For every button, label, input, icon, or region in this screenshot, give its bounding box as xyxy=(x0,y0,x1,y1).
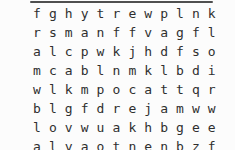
grid-cell-r3c3[interactable]: c xyxy=(61,42,77,61)
word-search-grid: fghytrewplnkrsmanffvagflalcpwkjhdfsomcab… xyxy=(29,4,220,150)
grid-cell-r5c9[interactable]: t xyxy=(156,80,172,99)
grid-cell-r8c4[interactable]: a xyxy=(77,137,93,150)
grid-cell-r4c7[interactable]: m xyxy=(124,61,140,80)
grid-cell-r8c6[interactable]: t xyxy=(108,137,124,150)
grid-cell-r3c4[interactable]: p xyxy=(77,42,93,61)
grid-cell-r6c9[interactable]: a xyxy=(156,99,172,118)
grid-cell-r4c4[interactable]: b xyxy=(77,61,93,80)
grid-cell-r1c8[interactable]: w xyxy=(140,4,156,23)
grid-cell-r6c8[interactable]: j xyxy=(140,99,156,118)
grid-cell-r5c5[interactable]: p xyxy=(93,80,109,99)
grid-cell-r1c1[interactable]: f xyxy=(29,4,45,23)
grid-cell-r3c5[interactable]: w xyxy=(93,42,109,61)
grid-cell-r1c6[interactable]: r xyxy=(108,4,124,23)
grid-cell-r1c7[interactable]: e xyxy=(124,4,140,23)
grid-cell-r1c11[interactable]: n xyxy=(188,4,204,23)
grid-cell-r4c6[interactable]: n xyxy=(108,61,124,80)
grid-cell-r2c2[interactable]: s xyxy=(45,23,61,42)
grid-cell-r5c3[interactable]: k xyxy=(61,80,77,99)
grid-cell-r7c8[interactable]: h xyxy=(140,118,156,137)
grid-cell-r2c3[interactable]: m xyxy=(61,23,77,42)
grid-cell-r6c5[interactable]: d xyxy=(93,99,109,118)
grid-cell-r8c12[interactable]: f xyxy=(204,137,220,150)
grid-cell-r6c6[interactable]: r xyxy=(108,99,124,118)
grid-cell-r3c8[interactable]: h xyxy=(140,42,156,61)
grid-cell-r3c6[interactable]: k xyxy=(108,42,124,61)
grid-cell-r3c10[interactable]: f xyxy=(172,42,188,61)
grid-cell-r5c8[interactable]: a xyxy=(140,80,156,99)
grid-cell-r2c5[interactable]: n xyxy=(93,23,109,42)
grid-cell-r6c12[interactable]: w xyxy=(204,99,220,118)
grid-cell-r8c1[interactable]: a xyxy=(29,137,45,150)
grid-cell-r5c1[interactable]: w xyxy=(29,80,45,99)
grid-cell-r6c4[interactable]: f xyxy=(77,99,93,118)
grid-cell-r4c5[interactable]: l xyxy=(93,61,109,80)
grid-cell-r7c2[interactable]: o xyxy=(45,118,61,137)
grid-cell-r2c6[interactable]: f xyxy=(108,23,124,42)
grid-cell-r2c1[interactable]: r xyxy=(29,23,45,42)
grid-cell-r7c7[interactable]: k xyxy=(124,118,140,137)
grid-cell-r8c7[interactable]: n xyxy=(124,137,140,150)
word-search-screenshot: fghytrewplnkrsmanffvagflalcpwkjhdfsomcab… xyxy=(0,0,235,150)
grid-cell-r6c2[interactable]: l xyxy=(45,99,61,118)
grid-cell-r6c1[interactable]: b xyxy=(29,99,45,118)
grid-cell-r8c10[interactable]: b xyxy=(172,137,188,150)
grid-cell-r4c12[interactable]: i xyxy=(204,61,220,80)
grid-cell-r1c10[interactable]: l xyxy=(172,4,188,23)
grid-cell-r4c11[interactable]: d xyxy=(188,61,204,80)
grid-cell-r7c12[interactable]: e xyxy=(204,118,220,137)
top-rule-line xyxy=(30,1,213,3)
grid-cell-r8c2[interactable]: l xyxy=(45,137,61,150)
grid-cell-r7c4[interactable]: w xyxy=(77,118,93,137)
grid-cell-r6c7[interactable]: e xyxy=(124,99,140,118)
grid-cell-r2c4[interactable]: a xyxy=(77,23,93,42)
grid-cell-r2c7[interactable]: f xyxy=(124,23,140,42)
grid-cell-r4c3[interactable]: a xyxy=(61,61,77,80)
grid-cell-r2c8[interactable]: v xyxy=(140,23,156,42)
grid-cell-r4c2[interactable]: c xyxy=(45,61,61,80)
grid-cell-r7c10[interactable]: g xyxy=(172,118,188,137)
grid-cell-r5c6[interactable]: o xyxy=(108,80,124,99)
grid-cell-r2c11[interactable]: f xyxy=(188,23,204,42)
grid-cell-r5c7[interactable]: c xyxy=(124,80,140,99)
grid-cell-r3c7[interactable]: j xyxy=(124,42,140,61)
grid-cell-r2c10[interactable]: g xyxy=(172,23,188,42)
grid-cell-r3c2[interactable]: l xyxy=(45,42,61,61)
grid-cell-r7c5[interactable]: u xyxy=(93,118,109,137)
grid-cell-r1c5[interactable]: t xyxy=(93,4,109,23)
grid-cell-r8c11[interactable]: z xyxy=(188,137,204,150)
grid-cell-r3c1[interactable]: a xyxy=(29,42,45,61)
grid-cell-r8c3[interactable]: y xyxy=(61,137,77,150)
grid-cell-r2c12[interactable]: l xyxy=(204,23,220,42)
grid-cell-r4c9[interactable]: l xyxy=(156,61,172,80)
grid-cell-r5c2[interactable]: l xyxy=(45,80,61,99)
grid-cell-r1c3[interactable]: h xyxy=(61,4,77,23)
grid-cell-r5c10[interactable]: t xyxy=(172,80,188,99)
grid-cell-r7c3[interactable]: v xyxy=(61,118,77,137)
grid-cell-r6c3[interactable]: g xyxy=(61,99,77,118)
grid-cell-r2c9[interactable]: a xyxy=(156,23,172,42)
grid-cell-r7c11[interactable]: e xyxy=(188,118,204,137)
grid-cell-r7c9[interactable]: b xyxy=(156,118,172,137)
grid-cell-r5c11[interactable]: q xyxy=(188,80,204,99)
grid-cell-r3c9[interactable]: d xyxy=(156,42,172,61)
grid-cell-r1c2[interactable]: g xyxy=(45,4,61,23)
grid-cell-r8c8[interactable]: e xyxy=(140,137,156,150)
grid-cell-r4c8[interactable]: k xyxy=(140,61,156,80)
grid-cell-r1c9[interactable]: p xyxy=(156,4,172,23)
grid-cell-r1c4[interactable]: y xyxy=(77,4,93,23)
grid-cell-r3c11[interactable]: s xyxy=(188,42,204,61)
grid-cell-r8c5[interactable]: o xyxy=(93,137,109,150)
grid-cell-r4c1[interactable]: m xyxy=(29,61,45,80)
grid-cell-r8c9[interactable]: n xyxy=(156,137,172,150)
grid-cell-r6c11[interactable]: w xyxy=(188,99,204,118)
grid-cell-r7c1[interactable]: l xyxy=(29,118,45,137)
grid-cell-r5c4[interactable]: m xyxy=(77,80,93,99)
grid-cell-r1c12[interactable]: k xyxy=(204,4,220,23)
grid-cell-r3c12[interactable]: o xyxy=(204,42,220,61)
grid-cell-r6c10[interactable]: m xyxy=(172,99,188,118)
grid-cell-r7c6[interactable]: a xyxy=(108,118,124,137)
grid-cell-r5c12[interactable]: r xyxy=(204,80,220,99)
grid-cell-r4c10[interactable]: b xyxy=(172,61,188,80)
